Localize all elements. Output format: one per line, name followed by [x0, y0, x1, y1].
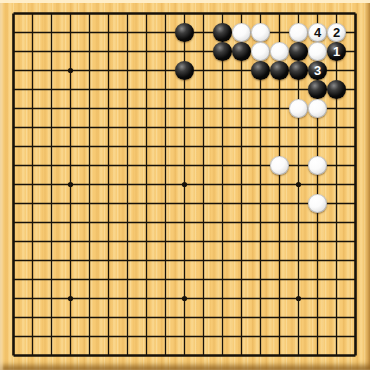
board-intersection[interactable] [289, 42, 308, 61]
board-intersection[interactable] [270, 61, 289, 80]
white-stone[interactable] [289, 23, 307, 41]
board-intersection[interactable] [213, 23, 232, 42]
black-stone[interactable] [232, 42, 250, 60]
black-stone[interactable] [175, 23, 193, 41]
black-stone[interactable] [175, 61, 193, 79]
white-stone[interactable] [270, 42, 288, 60]
move-number-label: 1 [333, 45, 340, 58]
board-intersection[interactable] [308, 156, 327, 175]
board-intersection[interactable] [251, 61, 270, 80]
white-stone[interactable]: 4 [308, 23, 326, 41]
board-intersection[interactable] [175, 61, 194, 80]
white-stone[interactable] [251, 42, 269, 60]
black-stone[interactable] [327, 80, 345, 98]
white-stone[interactable] [308, 156, 326, 174]
black-stone[interactable] [308, 80, 326, 98]
white-stone[interactable] [308, 99, 326, 117]
board-intersection[interactable] [289, 23, 308, 42]
black-stone[interactable]: 3 [308, 61, 326, 79]
board-intersection[interactable] [232, 42, 251, 61]
white-stone[interactable] [308, 42, 326, 60]
move-number-label: 3 [314, 64, 321, 77]
board-intersection[interactable] [251, 42, 270, 61]
white-stone[interactable] [289, 99, 307, 117]
board-intersection[interactable] [289, 99, 308, 118]
board-intersection[interactable] [213, 42, 232, 61]
board-intersection[interactable] [175, 23, 194, 42]
stones-layer: 4213 [4, 4, 365, 365]
black-stone[interactable] [213, 23, 231, 41]
black-stone[interactable] [270, 61, 288, 79]
white-stone[interactable] [270, 156, 288, 174]
board-intersection[interactable] [308, 80, 327, 99]
go-board[interactable]: 4213 [0, 0, 370, 370]
board-intersection[interactable]: 1 [327, 42, 346, 61]
board-intersection[interactable] [308, 42, 327, 61]
board-intersection[interactable]: 2 [327, 23, 346, 42]
white-stone[interactable] [251, 23, 269, 41]
white-stone[interactable] [232, 23, 250, 41]
white-stone[interactable]: 2 [327, 23, 345, 41]
black-stone[interactable] [289, 61, 307, 79]
white-stone[interactable] [308, 194, 326, 212]
black-stone[interactable] [251, 61, 269, 79]
move-number-label: 4 [314, 26, 321, 39]
board-intersection[interactable]: 4 [308, 23, 327, 42]
board-intersection[interactable] [270, 42, 289, 61]
move-number-label: 2 [333, 26, 340, 39]
board-intersection[interactable]: 3 [308, 61, 327, 80]
black-stone[interactable] [213, 42, 231, 60]
board-intersection[interactable] [327, 80, 346, 99]
black-stone[interactable]: 1 [327, 42, 345, 60]
board-intersection[interactable] [308, 194, 327, 213]
board-intersection[interactable] [270, 156, 289, 175]
board-intersection[interactable] [251, 23, 270, 42]
black-stone[interactable] [289, 42, 307, 60]
board-intersection[interactable] [289, 61, 308, 80]
board-intersection[interactable] [232, 23, 251, 42]
board-intersection[interactable] [308, 99, 327, 118]
